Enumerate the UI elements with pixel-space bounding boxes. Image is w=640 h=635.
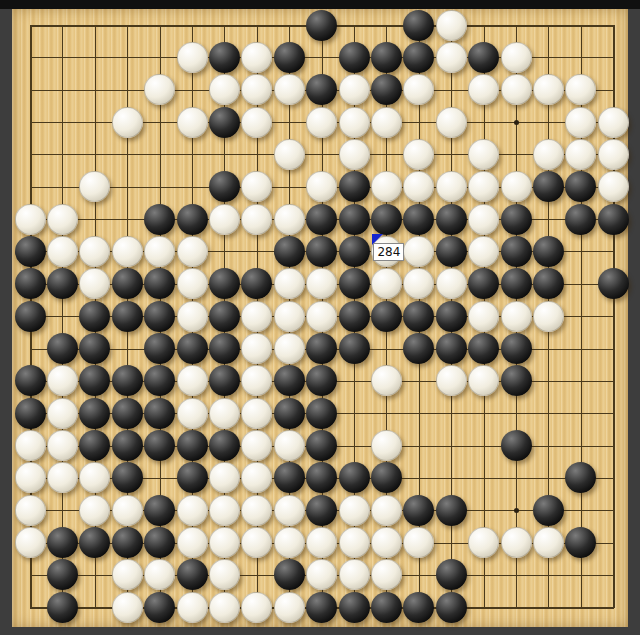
stone-white [436, 171, 467, 202]
stone-white [403, 74, 434, 105]
stone-white [371, 559, 402, 590]
stone-white [274, 495, 305, 526]
stone-white [371, 107, 402, 138]
stone-black [565, 171, 596, 202]
stone-black [403, 301, 434, 332]
stone-white [501, 527, 532, 558]
stone-black [274, 365, 305, 396]
stone-black [339, 268, 370, 299]
stone-white [177, 527, 208, 558]
stone-white [79, 236, 110, 267]
stone-black [533, 236, 564, 267]
stone-white [306, 268, 337, 299]
stone-white [565, 139, 596, 170]
stone-black [79, 398, 110, 429]
stone-black [501, 268, 532, 299]
stone-black [306, 10, 337, 41]
stone-black [306, 236, 337, 267]
stone-white [15, 430, 46, 461]
stone-white [598, 139, 629, 170]
stone-black [436, 495, 467, 526]
stone-black [501, 333, 532, 364]
stone-white [112, 495, 143, 526]
stone-black [371, 42, 402, 73]
stone-white [403, 236, 434, 267]
stone-white [209, 527, 240, 558]
go-board[interactable]: 284 [12, 9, 628, 627]
stone-white [501, 171, 532, 202]
stone-white [533, 74, 564, 105]
stone-white [436, 10, 467, 41]
stone-black [306, 462, 337, 493]
stone-black [15, 398, 46, 429]
stone-white [177, 398, 208, 429]
stone-black [339, 333, 370, 364]
stone-white [241, 462, 272, 493]
stone-white [209, 559, 240, 590]
stone-white [533, 301, 564, 332]
stone-white [47, 430, 78, 461]
stone-black [533, 495, 564, 526]
stone-white [565, 107, 596, 138]
stone-black [436, 333, 467, 364]
stone-white [339, 559, 370, 590]
stone-black [436, 236, 467, 267]
stone-white [241, 495, 272, 526]
stone-white [274, 333, 305, 364]
stone-white [274, 301, 305, 332]
stone-white [371, 268, 402, 299]
stone-white [274, 204, 305, 235]
stone-black [468, 42, 499, 73]
stone-white [241, 171, 272, 202]
stone-black [274, 398, 305, 429]
stone-black [209, 301, 240, 332]
stone-black [209, 107, 240, 138]
stone-black [177, 559, 208, 590]
stone-black [533, 268, 564, 299]
stone-black [177, 430, 208, 461]
stone-white [79, 268, 110, 299]
stone-white [241, 430, 272, 461]
stone-white [468, 171, 499, 202]
stone-black [403, 42, 434, 73]
stone-black [501, 430, 532, 461]
stone-white [241, 333, 272, 364]
stone-black [144, 527, 175, 558]
stone-white [15, 495, 46, 526]
star-point [514, 508, 519, 513]
stone-white [436, 365, 467, 396]
stone-white [339, 495, 370, 526]
stone-white [371, 527, 402, 558]
stone-black [209, 430, 240, 461]
app-window: 284 [0, 0, 640, 635]
stone-black [403, 10, 434, 41]
stone-black [339, 592, 370, 623]
stone-black [371, 592, 402, 623]
stone-black [598, 268, 629, 299]
window-top-bar [0, 0, 640, 9]
stone-black [339, 236, 370, 267]
stone-black [47, 333, 78, 364]
stone-white [47, 236, 78, 267]
stone-black [241, 268, 272, 299]
stone-black [371, 301, 402, 332]
stone-black [15, 236, 46, 267]
stone-white [371, 365, 402, 396]
stone-black [306, 333, 337, 364]
stone-black [79, 301, 110, 332]
stone-black [177, 204, 208, 235]
stone-white [112, 559, 143, 590]
stone-black [501, 204, 532, 235]
stone-white [306, 527, 337, 558]
stone-white [241, 107, 272, 138]
stone-white [565, 74, 596, 105]
stone-white [371, 495, 402, 526]
stone-black [436, 301, 467, 332]
stone-black [79, 527, 110, 558]
stone-white [15, 527, 46, 558]
stone-black [565, 527, 596, 558]
stone-white [436, 107, 467, 138]
stone-black [15, 301, 46, 332]
stone-white [15, 462, 46, 493]
stone-black [177, 462, 208, 493]
stone-black [112, 462, 143, 493]
stone-black [371, 204, 402, 235]
stone-white [403, 268, 434, 299]
stone-white [436, 42, 467, 73]
move-number-label: 284 [373, 243, 404, 261]
stone-black [144, 592, 175, 623]
stone-black [209, 268, 240, 299]
stone-black [79, 430, 110, 461]
stone-black [501, 236, 532, 267]
stone-white [468, 139, 499, 170]
stone-black [144, 398, 175, 429]
stone-white [112, 107, 143, 138]
stone-white [209, 204, 240, 235]
stone-black [47, 527, 78, 558]
stone-black [468, 268, 499, 299]
stone-white [112, 592, 143, 623]
stone-white [274, 430, 305, 461]
stone-black [209, 171, 240, 202]
stone-white [339, 527, 370, 558]
stone-white [371, 430, 402, 461]
stone-white [144, 236, 175, 267]
stone-black [403, 204, 434, 235]
stone-white [177, 236, 208, 267]
stone-black [339, 462, 370, 493]
stone-white [371, 171, 402, 202]
stone-black [15, 365, 46, 396]
stone-white [112, 236, 143, 267]
stone-white [47, 462, 78, 493]
stone-white [177, 592, 208, 623]
stone-black [112, 430, 143, 461]
stone-black [306, 430, 337, 461]
stone-white [79, 171, 110, 202]
stone-black [306, 365, 337, 396]
stone-white [177, 268, 208, 299]
stone-white [79, 462, 110, 493]
stone-black [306, 398, 337, 429]
stone-black [403, 495, 434, 526]
stone-white [79, 495, 110, 526]
stone-black [144, 365, 175, 396]
stone-white [209, 398, 240, 429]
stone-white [306, 107, 337, 138]
star-point [514, 120, 519, 125]
stone-white [241, 592, 272, 623]
stone-white [501, 301, 532, 332]
stone-white [177, 495, 208, 526]
stone-black [47, 559, 78, 590]
stone-white [47, 398, 78, 429]
stone-black [598, 204, 629, 235]
stone-black [274, 559, 305, 590]
stone-white [209, 592, 240, 623]
stone-white [47, 204, 78, 235]
stone-white [177, 42, 208, 73]
stone-white [468, 74, 499, 105]
stone-white [533, 527, 564, 558]
stone-black [339, 301, 370, 332]
stone-white [177, 365, 208, 396]
stone-white [209, 74, 240, 105]
stone-white [533, 139, 564, 170]
stone-black [339, 42, 370, 73]
stone-black [144, 301, 175, 332]
stone-black [177, 333, 208, 364]
stone-white [468, 204, 499, 235]
stone-white [241, 42, 272, 73]
stone-white [274, 74, 305, 105]
stone-white [403, 139, 434, 170]
stone-white [177, 107, 208, 138]
stone-black [565, 462, 596, 493]
stone-white [403, 171, 434, 202]
stone-black [47, 592, 78, 623]
stone-white [47, 365, 78, 396]
stone-black [144, 430, 175, 461]
stone-black [306, 592, 337, 623]
stone-black [79, 365, 110, 396]
stone-black [112, 527, 143, 558]
stone-white [436, 268, 467, 299]
stone-white [241, 398, 272, 429]
stone-black [15, 268, 46, 299]
stone-black [112, 301, 143, 332]
stone-white [306, 559, 337, 590]
stone-black [209, 42, 240, 73]
stone-white [241, 74, 272, 105]
stone-white [274, 527, 305, 558]
stone-white [274, 592, 305, 623]
stone-white [468, 301, 499, 332]
stone-black [436, 592, 467, 623]
stone-white [144, 74, 175, 105]
stone-black [112, 365, 143, 396]
stone-black [306, 204, 337, 235]
stone-black [339, 204, 370, 235]
stone-white [306, 171, 337, 202]
stone-white [339, 107, 370, 138]
stone-black [209, 365, 240, 396]
stone-white [501, 42, 532, 73]
stone-white [241, 301, 272, 332]
stone-black [274, 462, 305, 493]
stone-black [436, 559, 467, 590]
stone-white [403, 527, 434, 558]
stone-white [209, 462, 240, 493]
stone-white [339, 74, 370, 105]
stone-black [144, 268, 175, 299]
stone-white [15, 204, 46, 235]
stone-black [339, 171, 370, 202]
stone-white [339, 139, 370, 170]
stone-black [306, 495, 337, 526]
stone-black [436, 204, 467, 235]
stone-white [501, 74, 532, 105]
stone-white [274, 268, 305, 299]
stone-black [403, 592, 434, 623]
stone-black [79, 333, 110, 364]
stone-black [47, 268, 78, 299]
stone-black [144, 204, 175, 235]
stone-white [468, 236, 499, 267]
stone-black [371, 462, 402, 493]
stone-black [565, 204, 596, 235]
stone-black [533, 171, 564, 202]
stone-black [306, 74, 337, 105]
stone-white [241, 365, 272, 396]
stone-black [144, 495, 175, 526]
stone-black [112, 398, 143, 429]
stone-black [274, 42, 305, 73]
stone-white [306, 301, 337, 332]
stone-white [598, 171, 629, 202]
stone-black [112, 268, 143, 299]
stone-black [403, 333, 434, 364]
stone-black [501, 365, 532, 396]
stone-white [241, 204, 272, 235]
stone-white [274, 139, 305, 170]
stone-white [177, 301, 208, 332]
stone-black [209, 333, 240, 364]
stone-white [144, 559, 175, 590]
stone-white [468, 365, 499, 396]
stone-black [371, 74, 402, 105]
stone-white [241, 527, 272, 558]
stone-black [274, 236, 305, 267]
stone-white [598, 107, 629, 138]
stone-white [468, 527, 499, 558]
stone-black [468, 333, 499, 364]
stone-black [144, 333, 175, 364]
stone-white [209, 495, 240, 526]
